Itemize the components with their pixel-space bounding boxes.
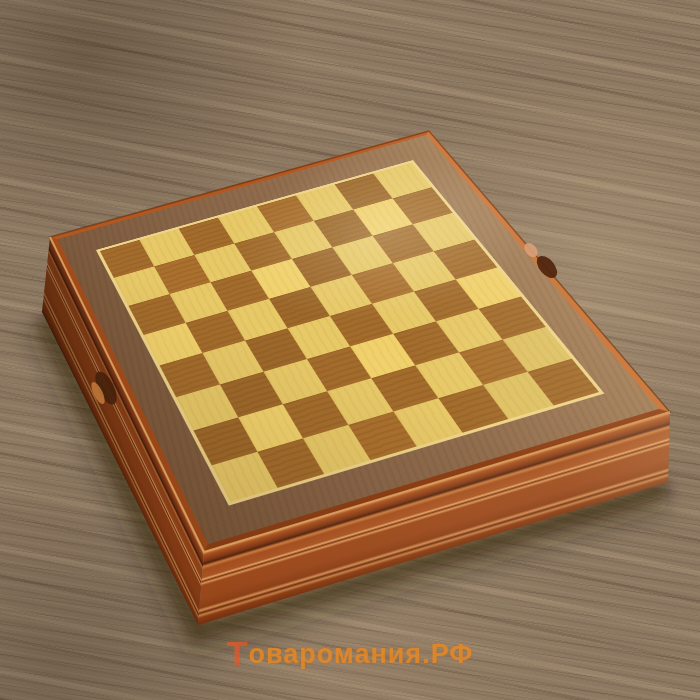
watermark: Товаромания.РФ: [227, 634, 474, 673]
watermark-rest: оваромания.РФ: [248, 639, 473, 669]
watermark-first-letter: Т: [227, 634, 249, 672]
product-photo: Товаромания.РФ: [0, 0, 700, 700]
